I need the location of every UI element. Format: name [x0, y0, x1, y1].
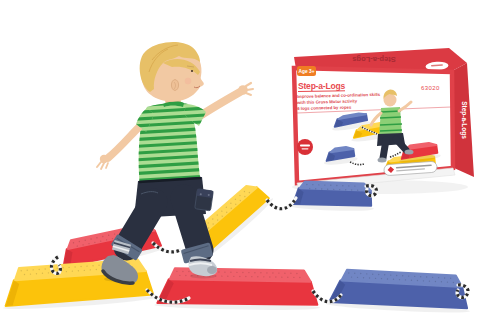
- eye: [191, 70, 193, 72]
- box-title: Step-a-Logs: [298, 81, 345, 91]
- product-photo: Step-a-Logs Step-a-Logs Age 3+ Step-a-Lo…: [0, 0, 490, 333]
- box-spine-text: Step-a-Logs: [460, 101, 468, 139]
- box-title-underline: [298, 91, 345, 92]
- product-code: 63020: [421, 85, 440, 91]
- log-blue-center-right: [290, 181, 375, 212]
- age-badge-label: Age 3+: [299, 69, 315, 74]
- cargo-pocket: [195, 189, 214, 211]
- log-red-front-center: [154, 268, 321, 311]
- box-lid-text: Step-a-Logs: [352, 55, 395, 64]
- brand-logo-icon: [297, 139, 313, 155]
- cheek: [185, 78, 191, 84]
- age-badge: Age 3+: [297, 66, 316, 76]
- head: [140, 42, 204, 101]
- product-box: Step-a-Logs Step-a-Logs Age 3+ Step-a-Lo…: [292, 48, 474, 194]
- ear: [171, 80, 178, 91]
- scene: Step-a-Logs Step-a-Logs Age 3+ Step-a-Lo…: [0, 0, 490, 333]
